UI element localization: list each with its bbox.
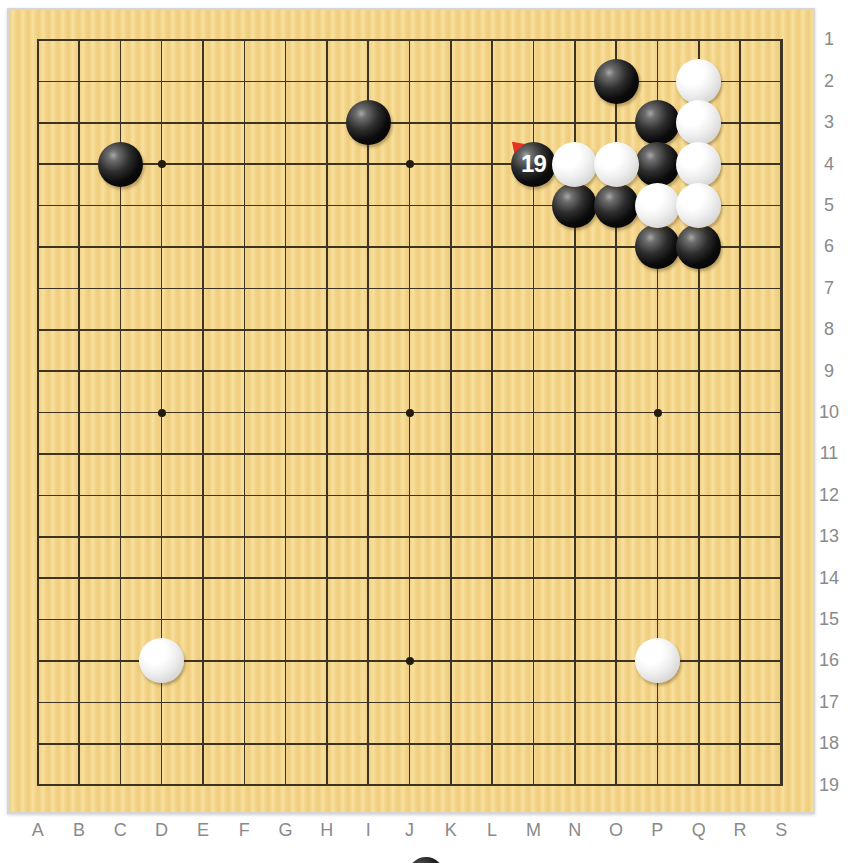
- column-label-G: G: [265, 818, 306, 842]
- row-label-2: 2: [813, 61, 845, 102]
- intersection-N5: [554, 185, 595, 226]
- intersection-C4: [100, 143, 141, 184]
- intersection-Q3: [678, 102, 719, 143]
- stone-black-I3: [346, 100, 391, 145]
- row-label-12: 12: [813, 475, 845, 516]
- go-board: 19: [7, 8, 815, 814]
- row-label-1: 1: [813, 19, 845, 60]
- row-label-18: 18: [813, 723, 845, 764]
- stone-white-Q5: [676, 183, 721, 228]
- intersection-Q5: [678, 185, 719, 226]
- column-label-I: I: [348, 818, 389, 842]
- column-label-B: B: [58, 818, 99, 842]
- stone-black-O5: [594, 183, 639, 228]
- intersection-O5: [595, 185, 636, 226]
- column-label-S: S: [761, 818, 802, 842]
- row-label-11: 11: [813, 433, 845, 474]
- column-label-N: N: [554, 818, 595, 842]
- column-label-P: P: [637, 818, 678, 842]
- board-intersections[interactable]: 19: [17, 19, 802, 805]
- row-label-8: 8: [813, 309, 845, 350]
- intersection-Q2: [678, 61, 719, 102]
- row-label-7: 7: [813, 268, 845, 309]
- row-label-13: 13: [813, 516, 845, 557]
- stone-black-M4: 19: [511, 142, 556, 187]
- intersection-I3: [348, 102, 389, 143]
- intersection-P16: [637, 640, 678, 681]
- intersection-P6: [637, 226, 678, 267]
- column-label-C: C: [100, 818, 141, 842]
- row-label-5: 5: [813, 185, 845, 226]
- stone-white-Q3: [676, 100, 721, 145]
- column-label-L: L: [471, 818, 512, 842]
- row-labels: 12345678910111213141516171819: [813, 19, 845, 806]
- intersection-P4: [637, 143, 678, 184]
- stone-white-Q4: [676, 142, 721, 187]
- column-label-Q: Q: [678, 818, 719, 842]
- stone-black-P4: [635, 142, 680, 187]
- intersection-O2: [595, 61, 636, 102]
- row-label-6: 6: [813, 226, 845, 267]
- stone-black-O2: [594, 59, 639, 104]
- row-label-19: 19: [813, 764, 845, 805]
- column-label-M: M: [513, 818, 554, 842]
- row-label-4: 4: [813, 143, 845, 184]
- stone-white-P16: [635, 638, 680, 683]
- row-label-10: 10: [813, 392, 845, 433]
- column-label-R: R: [719, 818, 760, 842]
- stone-white-N4: [552, 142, 597, 187]
- intersection-D16: [141, 640, 182, 681]
- intersection-P5: [637, 185, 678, 226]
- row-label-17: 17: [813, 682, 845, 723]
- intersection-M4: 19: [513, 143, 554, 184]
- intersection-N4: [554, 143, 595, 184]
- row-label-3: 3: [813, 102, 845, 143]
- column-label-A: A: [17, 818, 58, 842]
- row-label-9: 9: [813, 350, 845, 391]
- stone-black-Q6: [676, 224, 721, 269]
- stone-black-C4: [98, 142, 143, 187]
- column-label-E: E: [182, 818, 223, 842]
- stone-white-Q2: [676, 59, 721, 104]
- column-label-K: K: [430, 818, 471, 842]
- row-label-14: 14: [813, 557, 845, 598]
- column-label-F: F: [224, 818, 265, 842]
- column-label-D: D: [141, 818, 182, 842]
- black-stone-indicator-partial: [408, 857, 444, 863]
- row-label-15: 15: [813, 599, 845, 640]
- stone-white-D16: [139, 638, 184, 683]
- move-number-label: 19: [521, 152, 546, 176]
- column-label-O: O: [595, 818, 636, 842]
- intersection-Q4: [678, 143, 719, 184]
- stone-white-O4: [594, 142, 639, 187]
- intersection-Q6: [678, 226, 719, 267]
- intersection-O4: [595, 143, 636, 184]
- row-label-16: 16: [813, 640, 845, 681]
- column-labels: ABCDEFGHIJKLMNOPQRS: [17, 818, 802, 842]
- stone-white-P5: [635, 183, 680, 228]
- intersection-P3: [637, 102, 678, 143]
- stone-black-P6: [635, 224, 680, 269]
- stone-black-N5: [552, 183, 597, 228]
- stone-black-P3: [635, 100, 680, 145]
- column-label-H: H: [306, 818, 347, 842]
- column-label-J: J: [389, 818, 430, 842]
